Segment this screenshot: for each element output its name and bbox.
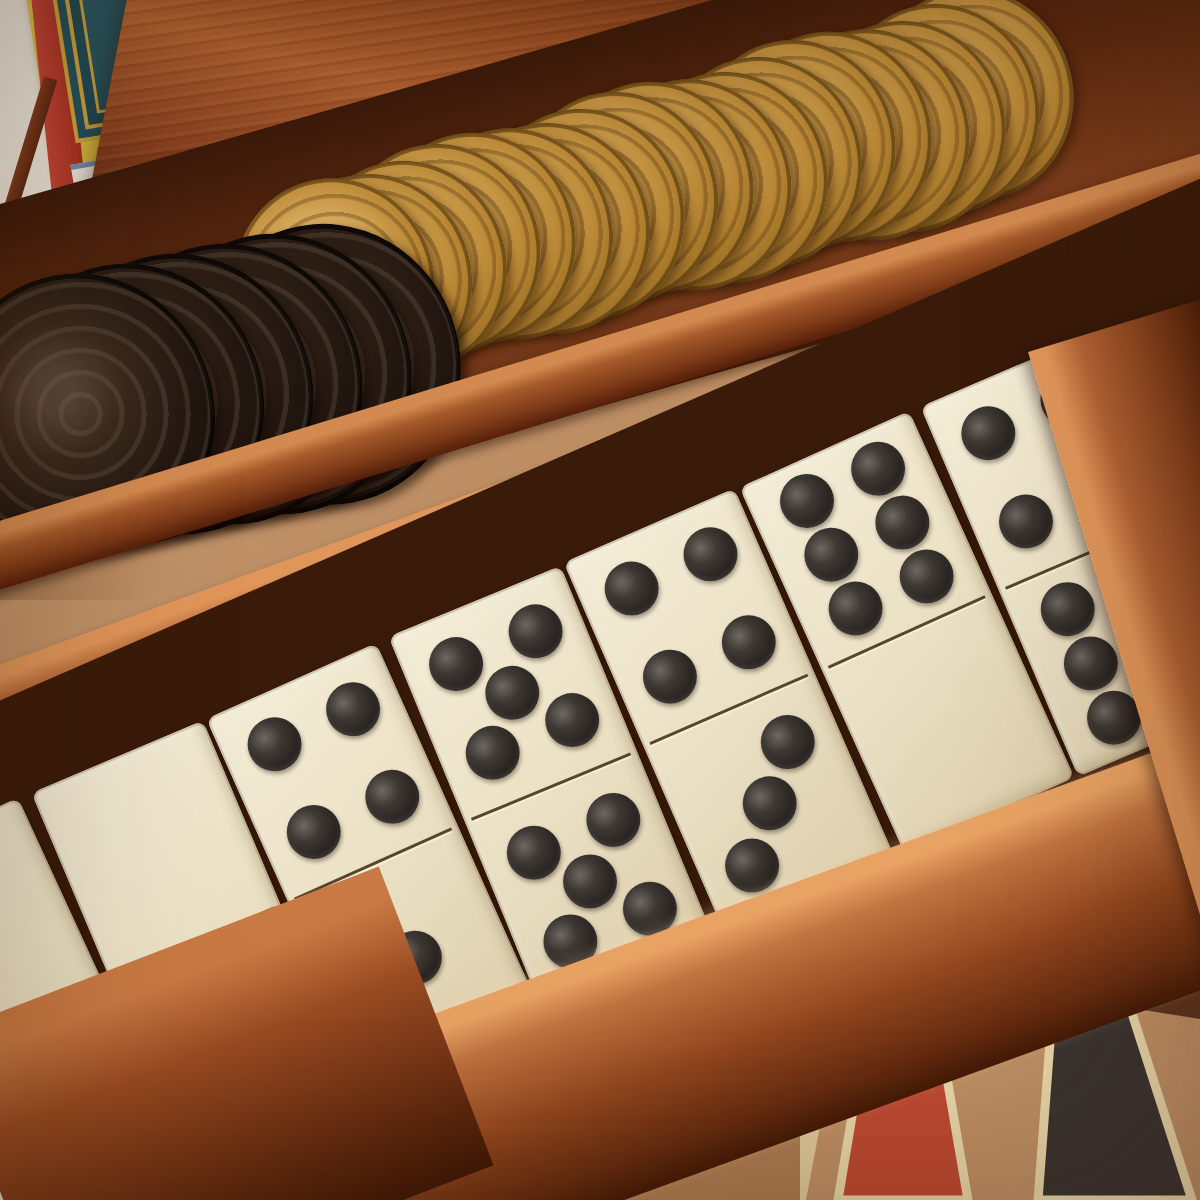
domino-pip — [771, 465, 842, 536]
domino-pip — [891, 541, 962, 612]
domino-pip — [278, 796, 349, 867]
domino-pip — [421, 629, 492, 700]
domino-pip — [867, 487, 938, 558]
domino-pip — [752, 706, 823, 777]
domino-pip — [536, 685, 607, 756]
domino-pip — [317, 674, 388, 745]
domino-pip — [820, 573, 891, 644]
domino-pip — [675, 519, 746, 590]
domino-pip — [457, 717, 528, 788]
domino-pip — [239, 709, 310, 780]
domino-pip — [634, 641, 705, 712]
domino-pip — [795, 519, 866, 590]
domino-pip — [500, 597, 571, 668]
domino-pip — [842, 433, 913, 504]
domino-pip — [499, 818, 570, 889]
domino-pip — [990, 486, 1061, 557]
domino-pip — [555, 846, 626, 917]
domino-pip — [477, 658, 548, 729]
domino-pip — [356, 761, 427, 832]
domino-pip — [713, 607, 784, 678]
domino-pip — [578, 785, 649, 856]
photo-stage — [0, 0, 1200, 1200]
domino-pip — [596, 553, 667, 624]
domino-pip — [734, 768, 805, 839]
domino-pip — [1032, 573, 1103, 644]
domino-pip — [953, 398, 1024, 469]
